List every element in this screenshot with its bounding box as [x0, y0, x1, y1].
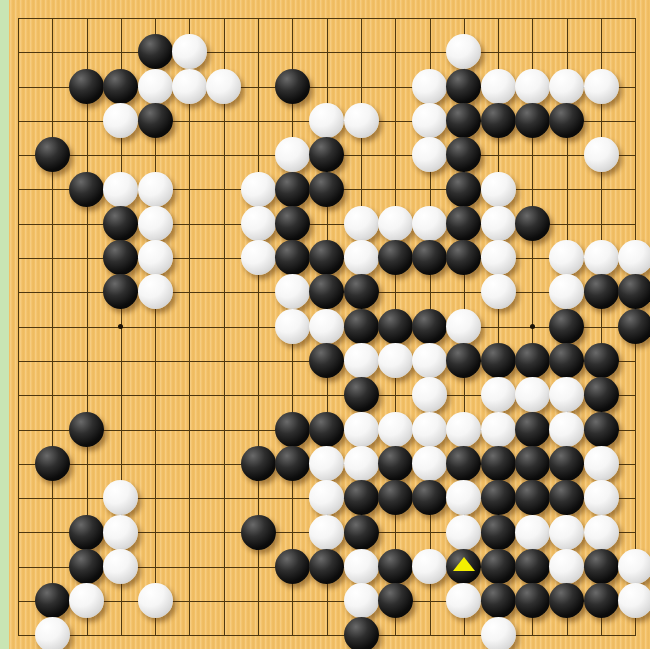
- white-stone[interactable]: [481, 69, 516, 104]
- white-stone[interactable]: [618, 240, 650, 275]
- black-stone[interactable]: [309, 343, 344, 378]
- black-stone[interactable]: [378, 583, 413, 618]
- white-stone[interactable]: [481, 240, 516, 275]
- black-stone[interactable]: [241, 515, 276, 550]
- black-stone[interactable]: [275, 412, 310, 447]
- black-stone[interactable]: [446, 206, 481, 241]
- white-stone[interactable]: [446, 515, 481, 550]
- black-stone[interactable]: [275, 172, 310, 207]
- black-stone[interactable]: [618, 309, 650, 344]
- white-stone[interactable]: [344, 446, 379, 481]
- white-stone[interactable]: [138, 240, 173, 275]
- black-stone[interactable]: [344, 515, 379, 550]
- white-stone[interactable]: [481, 206, 516, 241]
- white-stone[interactable]: [378, 412, 413, 447]
- black-stone[interactable]: [344, 274, 379, 309]
- black-stone[interactable]: [378, 309, 413, 344]
- white-stone[interactable]: [549, 515, 584, 550]
- white-stone[interactable]: [446, 309, 481, 344]
- black-stone[interactable]: [584, 343, 619, 378]
- left-edge-strip: [0, 0, 9, 649]
- black-stone[interactable]: [515, 549, 550, 584]
- white-stone[interactable]: [103, 515, 138, 550]
- black-stone[interactable]: [378, 480, 413, 515]
- black-stone[interactable]: [549, 446, 584, 481]
- white-stone[interactable]: [584, 446, 619, 481]
- black-stone[interactable]: [138, 103, 173, 138]
- white-stone[interactable]: [309, 309, 344, 344]
- black-stone[interactable]: [241, 446, 276, 481]
- black-stone[interactable]: [481, 446, 516, 481]
- black-stone[interactable]: [412, 309, 447, 344]
- black-stone[interactable]: [481, 343, 516, 378]
- black-stone[interactable]: [309, 412, 344, 447]
- black-stone[interactable]: [481, 549, 516, 584]
- black-stone[interactable]: [309, 549, 344, 584]
- black-stone[interactable]: [515, 412, 550, 447]
- go-board[interactable]: [0, 0, 650, 649]
- black-stone[interactable]: [275, 69, 310, 104]
- white-stone[interactable]: [412, 549, 447, 584]
- white-stone[interactable]: [138, 274, 173, 309]
- black-stone[interactable]: [549, 103, 584, 138]
- white-stone[interactable]: [344, 206, 379, 241]
- white-stone[interactable]: [344, 549, 379, 584]
- black-stone[interactable]: [344, 617, 379, 649]
- white-stone[interactable]: [309, 103, 344, 138]
- black-stone[interactable]: [481, 103, 516, 138]
- black-stone[interactable]: [69, 412, 104, 447]
- black-stone[interactable]: [481, 515, 516, 550]
- white-stone[interactable]: [584, 240, 619, 275]
- white-stone[interactable]: [481, 617, 516, 649]
- black-stone[interactable]: [515, 343, 550, 378]
- white-stone[interactable]: [584, 69, 619, 104]
- black-stone[interactable]: [584, 274, 619, 309]
- white-stone[interactable]: [549, 69, 584, 104]
- white-stone[interactable]: [584, 137, 619, 172]
- white-stone[interactable]: [344, 240, 379, 275]
- black-stone[interactable]: [69, 515, 104, 550]
- white-stone[interactable]: [549, 549, 584, 584]
- white-stone[interactable]: [241, 172, 276, 207]
- black-stone[interactable]: [584, 583, 619, 618]
- star-point: [530, 324, 535, 329]
- white-stone[interactable]: [35, 617, 70, 649]
- white-stone[interactable]: [481, 274, 516, 309]
- white-stone[interactable]: [515, 515, 550, 550]
- white-stone[interactable]: [584, 515, 619, 550]
- black-stone[interactable]: [515, 103, 550, 138]
- white-stone[interactable]: [309, 515, 344, 550]
- black-stone[interactable]: [138, 34, 173, 69]
- white-stone[interactable]: [344, 343, 379, 378]
- black-stone[interactable]: [69, 172, 104, 207]
- black-stone[interactable]: [584, 377, 619, 412]
- white-stone[interactable]: [103, 549, 138, 584]
- white-stone[interactable]: [412, 103, 447, 138]
- black-stone[interactable]: [515, 446, 550, 481]
- white-stone[interactable]: [446, 412, 481, 447]
- black-stone[interactable]: [35, 583, 70, 618]
- white-stone[interactable]: [206, 69, 241, 104]
- black-stone[interactable]: [35, 446, 70, 481]
- white-stone[interactable]: [515, 69, 550, 104]
- white-stone[interactable]: [618, 583, 650, 618]
- white-stone[interactable]: [138, 69, 173, 104]
- white-stone[interactable]: [481, 172, 516, 207]
- black-stone[interactable]: [515, 583, 550, 618]
- black-stone[interactable]: [378, 549, 413, 584]
- white-stone[interactable]: [412, 206, 447, 241]
- black-stone[interactable]: [549, 309, 584, 344]
- black-stone[interactable]: [344, 480, 379, 515]
- white-stone[interactable]: [103, 172, 138, 207]
- black-stone[interactable]: [378, 446, 413, 481]
- white-stone[interactable]: [344, 412, 379, 447]
- white-stone[interactable]: [412, 412, 447, 447]
- white-stone[interactable]: [69, 583, 104, 618]
- black-stone[interactable]: [275, 549, 310, 584]
- white-stone[interactable]: [378, 206, 413, 241]
- white-stone[interactable]: [412, 343, 447, 378]
- black-stone[interactable]: [515, 480, 550, 515]
- black-stone[interactable]: [481, 583, 516, 618]
- black-stone[interactable]: [412, 240, 447, 275]
- white-stone[interactable]: [309, 446, 344, 481]
- black-stone[interactable]: [103, 69, 138, 104]
- white-stone[interactable]: [138, 172, 173, 207]
- black-stone[interactable]: [378, 240, 413, 275]
- black-stone[interactable]: [618, 274, 650, 309]
- black-stone[interactable]: [344, 377, 379, 412]
- black-stone[interactable]: [103, 206, 138, 241]
- white-stone[interactable]: [618, 549, 650, 584]
- white-stone[interactable]: [412, 446, 447, 481]
- white-stone[interactable]: [412, 69, 447, 104]
- white-stone[interactable]: [344, 103, 379, 138]
- black-stone[interactable]: [446, 172, 481, 207]
- white-stone[interactable]: [549, 412, 584, 447]
- black-stone[interactable]: [275, 206, 310, 241]
- white-stone[interactable]: [241, 240, 276, 275]
- white-stone[interactable]: [138, 583, 173, 618]
- black-stone[interactable]: [515, 206, 550, 241]
- go-game-screenshot: [0, 0, 650, 649]
- black-stone[interactable]: [275, 240, 310, 275]
- white-stone[interactable]: [241, 206, 276, 241]
- black-stone[interactable]: [35, 137, 70, 172]
- black-stone[interactable]: [584, 412, 619, 447]
- black-stone[interactable]: [584, 549, 619, 584]
- white-stone[interactable]: [584, 480, 619, 515]
- white-stone[interactable]: [378, 343, 413, 378]
- white-stone[interactable]: [172, 69, 207, 104]
- black-stone[interactable]: [69, 549, 104, 584]
- white-stone[interactable]: [275, 137, 310, 172]
- black-stone[interactable]: [481, 480, 516, 515]
- white-stone[interactable]: [275, 309, 310, 344]
- last-move-triangle-marker: [453, 557, 475, 571]
- white-stone[interactable]: [481, 412, 516, 447]
- black-stone[interactable]: [275, 446, 310, 481]
- white-stone[interactable]: [481, 377, 516, 412]
- black-stone[interactable]: [309, 172, 344, 207]
- white-stone[interactable]: [138, 206, 173, 241]
- white-stone[interactable]: [344, 583, 379, 618]
- black-stone[interactable]: [446, 69, 481, 104]
- black-stone[interactable]: [344, 309, 379, 344]
- black-stone[interactable]: [69, 69, 104, 104]
